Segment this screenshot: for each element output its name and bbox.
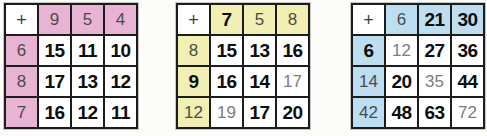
addition-table-yellow: +7588151316916141712191720: [176, 3, 310, 129]
cell-r1c1: 12: [386, 36, 417, 65]
cell-r2c0: 8: [6, 67, 37, 96]
cell-r2c3: 44: [452, 67, 483, 96]
cell-r2c2: 14: [244, 67, 275, 96]
cell-r0c3: 4: [105, 5, 136, 34]
cell-r1c2: 27: [419, 36, 450, 65]
cell-r2c1: 20: [386, 67, 417, 96]
cell-r3c1: 48: [386, 98, 417, 127]
cell-r1c1: 15: [211, 36, 242, 65]
cell-r2c3: 17: [277, 67, 308, 96]
cell-r2c0: 9: [178, 67, 209, 96]
plus-cell: +: [178, 5, 209, 34]
cell-r3c3: 11: [105, 98, 136, 127]
cell-r1c3: 10: [105, 36, 136, 65]
cell-r1c0: 8: [178, 36, 209, 65]
cell-r3c2: 63: [419, 98, 450, 127]
plus-cell: +: [353, 5, 384, 34]
cell-r1c0: 6: [353, 36, 384, 65]
cell-r1c2: 13: [244, 36, 275, 65]
cell-r3c3: 72: [452, 98, 483, 127]
cell-r1c1: 15: [39, 36, 70, 65]
cell-r3c0: 42: [353, 98, 384, 127]
cell-r3c2: 17: [244, 98, 275, 127]
cell-r0c3: 8: [277, 5, 308, 34]
cell-r3c1: 16: [39, 98, 70, 127]
cell-r2c2: 35: [419, 67, 450, 96]
cell-r1c0: 6: [6, 36, 37, 65]
cell-r3c3: 20: [277, 98, 308, 127]
cell-r2c3: 12: [105, 67, 136, 96]
cell-r3c2: 12: [72, 98, 103, 127]
cell-r0c1: 9: [39, 5, 70, 34]
cell-r2c0: 14: [353, 67, 384, 96]
cell-r1c2: 11: [72, 36, 103, 65]
worksheet: +954615111081713127161211 +7588151316916…: [0, 0, 487, 136]
cell-r3c1: 19: [211, 98, 242, 127]
cell-r2c1: 16: [211, 67, 242, 96]
cell-r2c1: 17: [39, 67, 70, 96]
plus-cell: +: [6, 5, 37, 34]
addition-table-blue: +6213061227361420354442486372: [351, 3, 485, 129]
cell-r0c2: 21: [419, 5, 450, 34]
cell-r0c1: 7: [211, 5, 242, 34]
cell-r1c3: 36: [452, 36, 483, 65]
cell-r0c2: 5: [244, 5, 275, 34]
addition-table-pink: +954615111081713127161211: [4, 3, 138, 129]
cell-r0c1: 6: [386, 5, 417, 34]
cell-r2c2: 13: [72, 67, 103, 96]
cell-r3c0: 7: [6, 98, 37, 127]
cell-r0c3: 30: [452, 5, 483, 34]
cell-r0c2: 5: [72, 5, 103, 34]
cell-r3c0: 12: [178, 98, 209, 127]
cell-r1c3: 16: [277, 36, 308, 65]
